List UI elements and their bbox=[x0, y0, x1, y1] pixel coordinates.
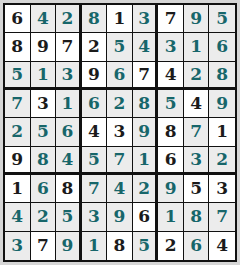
cell-r3c5-solved[interactable]: 6 bbox=[107, 62, 133, 90]
cell-r4c4-solved[interactable]: 6 bbox=[82, 90, 108, 118]
cell-r7c1-given[interactable]: 1 bbox=[5, 175, 31, 203]
cell-r9c8-solved[interactable]: 6 bbox=[184, 232, 210, 260]
cell-r1c9-solved[interactable]: 5 bbox=[209, 5, 235, 33]
cell-r7c6-solved[interactable]: 2 bbox=[133, 175, 159, 203]
cell-r4c5-solved[interactable]: 2 bbox=[107, 90, 133, 118]
cell-r6c4-solved[interactable]: 5 bbox=[82, 147, 108, 175]
cell-r7c3-given[interactable]: 8 bbox=[56, 175, 82, 203]
cell-r3c6-given[interactable]: 7 bbox=[133, 62, 159, 90]
cell-r2c9-solved[interactable]: 6 bbox=[209, 33, 235, 61]
cell-r5c3-solved[interactable]: 6 bbox=[56, 118, 82, 146]
cell-r5c5-given[interactable]: 3 bbox=[107, 118, 133, 146]
cell-r6c7-given[interactable]: 6 bbox=[158, 147, 184, 175]
cell-r1c7-given[interactable]: 7 bbox=[158, 5, 184, 33]
cell-r1c8-solved[interactable]: 9 bbox=[184, 5, 210, 33]
cell-r6c6-solved[interactable]: 1 bbox=[133, 147, 159, 175]
cell-r2c6-solved[interactable]: 4 bbox=[133, 33, 159, 61]
cell-r6c9-solved[interactable]: 2 bbox=[209, 147, 235, 175]
cell-r1c4-solved[interactable]: 8 bbox=[82, 5, 108, 33]
cell-r8c4-solved[interactable]: 3 bbox=[82, 203, 108, 231]
cell-r5c4-given[interactable]: 4 bbox=[82, 118, 108, 146]
cell-r8c9-solved[interactable]: 7 bbox=[209, 203, 235, 231]
cell-r4c1-solved[interactable]: 7 bbox=[5, 90, 31, 118]
cell-r3c3-solved[interactable]: 3 bbox=[56, 62, 82, 90]
cell-r9c1-solved[interactable]: 3 bbox=[5, 232, 31, 260]
cell-r8c1-solved[interactable]: 4 bbox=[5, 203, 31, 231]
cell-r2c3-given[interactable]: 7 bbox=[56, 33, 82, 61]
cell-r5c8-solved[interactable]: 7 bbox=[184, 118, 210, 146]
cell-r3c2-solved[interactable]: 1 bbox=[31, 62, 57, 90]
cell-r9c3-solved[interactable]: 9 bbox=[56, 232, 82, 260]
cell-r5c6-solved[interactable]: 9 bbox=[133, 118, 159, 146]
cell-r8c6-given[interactable]: 6 bbox=[133, 203, 159, 231]
cell-r7c2-solved[interactable]: 6 bbox=[31, 175, 57, 203]
cell-r8c5-solved[interactable]: 9 bbox=[107, 203, 133, 231]
sudoku-page: 6428137958972543165139674287316285492564… bbox=[0, 0, 240, 265]
cell-r6c1-given[interactable]: 9 bbox=[5, 147, 31, 175]
cell-r2c4-given[interactable]: 2 bbox=[82, 33, 108, 61]
cell-r3c4-given[interactable]: 9 bbox=[82, 62, 108, 90]
cell-r9c7-given[interactable]: 2 bbox=[158, 232, 184, 260]
cell-r4c3-solved[interactable]: 1 bbox=[56, 90, 82, 118]
cell-r2c8-solved[interactable]: 1 bbox=[184, 33, 210, 61]
cell-r1c1-given[interactable]: 6 bbox=[5, 5, 31, 33]
cell-r8c7-solved[interactable]: 1 bbox=[158, 203, 184, 231]
cell-r5c7-given[interactable]: 8 bbox=[158, 118, 184, 146]
cell-r2c5-solved[interactable]: 5 bbox=[107, 33, 133, 61]
cell-r7c4-solved[interactable]: 7 bbox=[82, 175, 108, 203]
cell-r3c7-given[interactable]: 4 bbox=[158, 62, 184, 90]
cell-r8c8-solved[interactable]: 8 bbox=[184, 203, 210, 231]
cell-r4c7-solved[interactable]: 5 bbox=[158, 90, 184, 118]
cell-r4c6-solved[interactable]: 8 bbox=[133, 90, 159, 118]
cell-r6c3-solved[interactable]: 4 bbox=[56, 147, 82, 175]
cell-r1c6-solved[interactable]: 3 bbox=[133, 5, 159, 33]
cell-r5c2-solved[interactable]: 5 bbox=[31, 118, 57, 146]
cell-r6c5-solved[interactable]: 7 bbox=[107, 147, 133, 175]
cell-r1c2-solved[interactable]: 4 bbox=[31, 5, 57, 33]
cell-r8c3-solved[interactable]: 5 bbox=[56, 203, 82, 231]
cell-r4c8-given[interactable]: 4 bbox=[184, 90, 210, 118]
cell-r1c5-given[interactable]: 1 bbox=[107, 5, 133, 33]
cell-r7c9-given[interactable]: 3 bbox=[209, 175, 235, 203]
cell-r9c6-solved[interactable]: 5 bbox=[133, 232, 159, 260]
cell-r9c4-solved[interactable]: 1 bbox=[82, 232, 108, 260]
cell-r2c7-solved[interactable]: 3 bbox=[158, 33, 184, 61]
cell-r9c2-given[interactable]: 7 bbox=[31, 232, 57, 260]
cell-r1c3-solved[interactable]: 2 bbox=[56, 5, 82, 33]
cell-r7c8-given[interactable]: 5 bbox=[184, 175, 210, 203]
cell-r6c2-solved[interactable]: 8 bbox=[31, 147, 57, 175]
cell-r7c7-solved[interactable]: 9 bbox=[158, 175, 184, 203]
cell-r2c2-given[interactable]: 9 bbox=[31, 33, 57, 61]
cell-r8c2-solved[interactable]: 2 bbox=[31, 203, 57, 231]
cell-r5c9-given[interactable]: 1 bbox=[209, 118, 235, 146]
cell-r2c1-given[interactable]: 8 bbox=[5, 33, 31, 61]
cell-r3c8-solved[interactable]: 2 bbox=[184, 62, 210, 90]
sudoku-board: 6428137958972543165139674287316285492564… bbox=[3, 3, 237, 262]
cell-r4c2-given[interactable]: 3 bbox=[31, 90, 57, 118]
cell-r9c9-given[interactable]: 4 bbox=[209, 232, 235, 260]
cell-r6c8-solved[interactable]: 3 bbox=[184, 147, 210, 175]
cell-r3c9-solved[interactable]: 8 bbox=[209, 62, 235, 90]
cell-r5c1-solved[interactable]: 2 bbox=[5, 118, 31, 146]
cell-r4c9-solved[interactable]: 9 bbox=[209, 90, 235, 118]
cell-r9c5-given[interactable]: 8 bbox=[107, 232, 133, 260]
cell-r7c5-solved[interactable]: 4 bbox=[107, 175, 133, 203]
cell-r3c1-solved[interactable]: 5 bbox=[5, 62, 31, 90]
